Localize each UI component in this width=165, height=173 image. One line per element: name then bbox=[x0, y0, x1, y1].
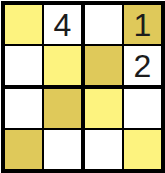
cell-r3c2[interactable] bbox=[44, 89, 85, 130]
cell-r2c1[interactable] bbox=[5, 46, 44, 89]
cell-r3c1[interactable] bbox=[5, 89, 44, 130]
cell-r4c2[interactable] bbox=[44, 130, 85, 169]
cell-r2c2[interactable] bbox=[44, 46, 85, 89]
cell-r4c4[interactable] bbox=[124, 130, 161, 169]
cell-r3c3[interactable] bbox=[85, 89, 124, 130]
cell-r4c1[interactable] bbox=[5, 130, 44, 169]
cell-r2c3[interactable] bbox=[85, 46, 124, 89]
cell-r1c3[interactable] bbox=[85, 5, 124, 46]
cell-r2c4[interactable]: 2 bbox=[124, 46, 161, 89]
cell-r4c3[interactable] bbox=[85, 130, 124, 169]
cell-r1c2[interactable]: 4 bbox=[44, 5, 85, 46]
cell-r1c4[interactable]: 1 bbox=[124, 5, 161, 46]
sudoku-board: 412 bbox=[1, 1, 165, 173]
cell-r1c1[interactable] bbox=[5, 5, 44, 46]
cell-r3c4[interactable] bbox=[124, 89, 161, 130]
